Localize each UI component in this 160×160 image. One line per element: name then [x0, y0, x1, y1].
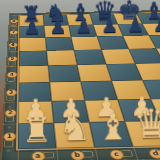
board-scene: ♜♞♝♛♚♝♞♜♟♟♟♟♟♟♟♟♟♟♟♟♟♟♟♟♜♞♝♛♚♝♞♜ abcdefg… — [0, 0, 160, 160]
piece-black-pawn[interactable]: ♟ — [143, 15, 160, 35]
square-b4[interactable] — [48, 65, 81, 82]
piece-white-queen[interactable]: ♛ — [124, 104, 160, 145]
square-a6[interactable] — [19, 38, 46, 52]
frame-ornament — [42, 152, 54, 159]
chess-board: ♜♞♝♛♚♝♞♜♟♟♟♟♟♟♟♟♟♟♟♟♟♟♟♟♜♞♝♛♚♝♞♜ abcdefg… — [0, 9, 160, 160]
square-e5[interactable] — [129, 48, 160, 63]
frame-ornament — [120, 150, 134, 157]
frame-ornament — [10, 22, 16, 25]
square-b6[interactable] — [45, 37, 74, 51]
frame-ornament — [4, 140, 14, 147]
square-f7[interactable]: ♟ — [142, 23, 160, 35]
rank-labels: 12345678 — [1, 16, 19, 150]
frame-ornament — [5, 116, 14, 122]
frame-ornament — [81, 151, 94, 158]
square-a4[interactable] — [19, 65, 50, 82]
board-grid: ♜♞♝♛♚♝♞♜♟♟♟♟♟♟♟♟♟♟♟♟♟♟♟♟♜♞♝♛♚♝♞♜ — [18, 12, 160, 149]
square-a5[interactable] — [19, 51, 48, 66]
frame-ornament — [10, 34, 17, 37]
frame-ornament — [7, 77, 15, 82]
frame-ornament — [8, 61, 15, 65]
square-b5[interactable] — [47, 50, 78, 65]
frame-ornament — [9, 47, 16, 51]
chessboard-photo: ♜♞♝♛♚♝♞♜♟♟♟♟♟♟♟♟♟♟♟♟♟♟♟♟♜♞♝♛♚♝♞♜ abcdefg… — [0, 0, 160, 160]
frame-ornament — [6, 95, 14, 101]
square-d1[interactable]: ♛ — [125, 121, 160, 147]
